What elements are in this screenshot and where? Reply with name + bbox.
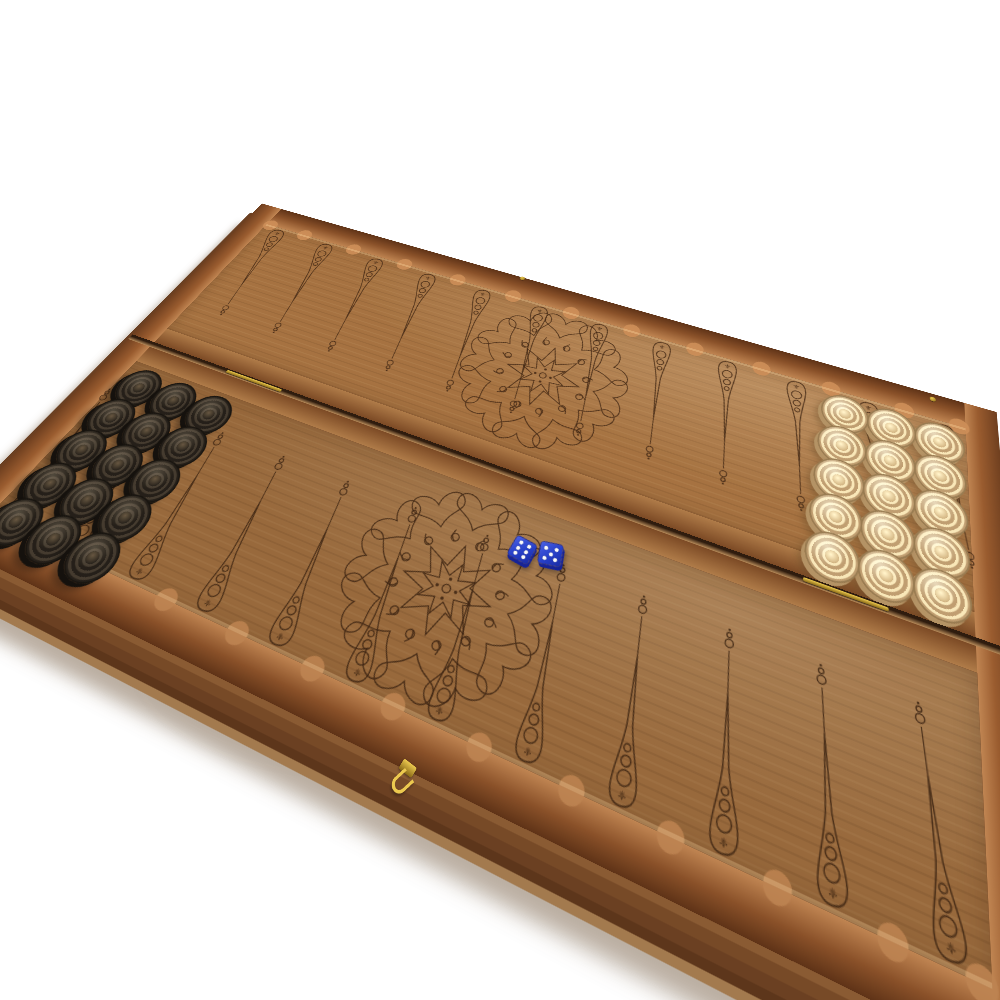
point-needle[interactable]: ⚜ xyxy=(343,505,426,685)
fleur-ornament-icon: ⚜ xyxy=(274,629,287,643)
point-needle[interactable]: ⚜ xyxy=(709,626,741,859)
point-needle[interactable]: ⚜ xyxy=(787,380,812,513)
fleur-ornament-icon: ⚜ xyxy=(596,326,603,333)
fleur-ornament-icon: ⚜ xyxy=(522,742,534,759)
point-needle[interactable]: ⚜ xyxy=(808,661,848,911)
fleur-ornament-icon: ⚜ xyxy=(479,291,487,298)
point-needle[interactable]: ⚜ xyxy=(905,698,969,966)
die-2[interactable] xyxy=(537,540,564,567)
fleur-ornament-icon: ⚜ xyxy=(658,344,665,352)
point-needle[interactable]: ⚜ xyxy=(194,454,293,614)
die-pip xyxy=(518,540,523,545)
point-needle[interactable]: ⚜ xyxy=(266,479,358,648)
die-pip xyxy=(544,545,549,550)
point-needle[interactable]: ⚜ xyxy=(639,341,671,461)
point-needle[interactable]: ⚜ xyxy=(266,243,335,334)
fleur-ornament-icon: ⚜ xyxy=(718,832,729,851)
point-needle[interactable]: ⚜ xyxy=(321,258,385,353)
point-needle[interactable]: ⚜ xyxy=(608,593,656,810)
fleur-ornament-icon: ⚜ xyxy=(536,308,544,315)
die-pip xyxy=(513,550,519,555)
fleur-ornament-icon: ⚜ xyxy=(351,664,364,679)
fleur-ornament-icon: ⚜ xyxy=(133,565,146,577)
fleur-ornament-icon: ⚜ xyxy=(273,231,281,237)
photo-stage: ⚜⚜⚜⚜⚜⚜⚜⚜⚜⚜⚜⚜ ⚜⚜⚜⚜⚜⚜⚜⚜⚜⚜⚜⚜ xyxy=(0,0,1000,1000)
fleur-ornament-icon: ⚜ xyxy=(724,363,731,371)
die-pip xyxy=(553,558,558,563)
fleur-ornament-icon: ⚜ xyxy=(793,383,800,391)
fleur-ornament-icon: ⚜ xyxy=(616,786,628,804)
die-pip xyxy=(542,556,547,561)
fleur-ornament-icon: ⚜ xyxy=(201,596,214,609)
fleur-ornament-icon: ⚜ xyxy=(434,702,446,718)
point-needle[interactable]: ⚜ xyxy=(713,360,737,487)
fleur-ornament-icon: ⚜ xyxy=(371,260,379,266)
die-pip xyxy=(555,548,560,553)
die-pip xyxy=(523,549,529,554)
point-needle[interactable]: ⚜ xyxy=(569,323,609,438)
point-needle[interactable]: ⚜ xyxy=(378,273,437,373)
die-pip xyxy=(548,552,553,557)
backgammon-board: ⚜⚜⚜⚜⚜⚜⚜⚜⚜⚜⚜⚜ ⚜⚜⚜⚜⚜⚜⚜⚜⚜⚜⚜⚜ xyxy=(0,204,1000,1000)
point-needle[interactable]: ⚜ xyxy=(513,562,574,766)
fleur-ornament-icon: ⚜ xyxy=(944,936,959,959)
fleur-ornament-icon: ⚜ xyxy=(424,275,432,281)
fleur-ornament-icon: ⚜ xyxy=(827,882,839,903)
die-pip xyxy=(521,554,527,559)
fleur-ornament-icon: ⚜ xyxy=(321,245,329,251)
die-pip xyxy=(526,544,532,549)
die-pip xyxy=(516,545,522,550)
